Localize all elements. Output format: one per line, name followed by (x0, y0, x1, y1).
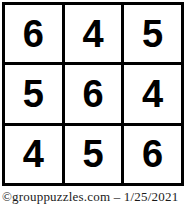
tictac-board: 6 4 5 5 6 4 4 5 6 (2, 2, 184, 186)
grid-cell-r1c1: 6 (65, 65, 122, 122)
grid-cell-r1c0: 5 (5, 65, 62, 122)
grid-cell-r2c1: 5 (65, 126, 122, 183)
grid-cell-r2c0: 4 (5, 126, 62, 183)
puzzle-page: 6 4 5 5 6 4 4 5 6 ©grouppuzzles.com – 1/… (0, 0, 186, 208)
grid-cell-r0c2: 5 (124, 5, 181, 62)
copyright-credit: ©grouppuzzles.com – 1/25/2021 (2, 189, 178, 205)
grid-cell-r0c0: 6 (5, 5, 62, 62)
grid-cell-r1c2: 4 (124, 65, 181, 122)
grid-cell-r2c2: 6 (124, 126, 181, 183)
grid-cell-r0c1: 4 (65, 5, 122, 62)
